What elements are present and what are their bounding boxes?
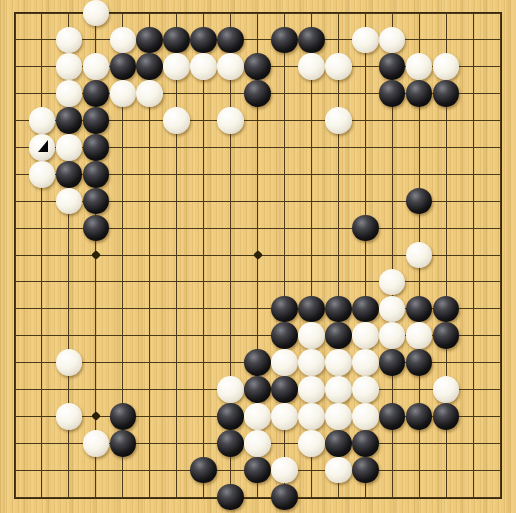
triangle-marker-icon bbox=[38, 140, 48, 152]
black-stone bbox=[190, 27, 217, 54]
board-intersection[interactable] bbox=[82, 0, 109, 26]
board-intersection[interactable] bbox=[55, 53, 82, 80]
white-stone bbox=[379, 269, 406, 296]
board-intersection[interactable] bbox=[352, 295, 379, 322]
board-intersection[interactable] bbox=[352, 349, 379, 376]
black-stone bbox=[379, 403, 406, 430]
black-stone bbox=[406, 296, 433, 323]
board-intersection[interactable] bbox=[379, 80, 406, 107]
white-stone bbox=[56, 188, 83, 215]
board-intersection[interactable] bbox=[82, 80, 109, 107]
black-stone bbox=[217, 430, 244, 457]
board-intersection[interactable] bbox=[163, 26, 190, 53]
board-intersection[interactable] bbox=[82, 430, 109, 457]
white-stone bbox=[29, 107, 56, 134]
black-stone bbox=[83, 215, 110, 242]
board-intersection[interactable] bbox=[298, 430, 325, 457]
white-stone bbox=[298, 322, 325, 349]
board-intersection[interactable] bbox=[352, 215, 379, 242]
black-stone bbox=[136, 53, 163, 80]
board-intersection[interactable] bbox=[379, 403, 406, 430]
board-intersection[interactable] bbox=[271, 403, 298, 430]
board-intersection[interactable] bbox=[433, 322, 460, 349]
black-stone bbox=[244, 349, 271, 376]
black-stone bbox=[271, 27, 298, 54]
board-intersection[interactable] bbox=[352, 376, 379, 403]
black-stone bbox=[406, 349, 433, 376]
board-intersection[interactable] bbox=[190, 457, 217, 484]
board-intersection[interactable] bbox=[190, 53, 217, 80]
board-intersection[interactable] bbox=[298, 376, 325, 403]
black-stone bbox=[56, 161, 83, 188]
black-stone bbox=[110, 430, 137, 457]
white-stone bbox=[163, 107, 190, 134]
board-intersection[interactable] bbox=[325, 376, 352, 403]
board-intersection[interactable] bbox=[352, 457, 379, 484]
black-stone bbox=[325, 296, 352, 323]
stones-grid bbox=[2, 0, 514, 511]
black-stone bbox=[163, 27, 190, 54]
board-intersection[interactable] bbox=[406, 188, 433, 215]
white-stone bbox=[325, 403, 352, 430]
board-intersection[interactable] bbox=[298, 295, 325, 322]
white-stone bbox=[271, 349, 298, 376]
board-intersection[interactable] bbox=[82, 215, 109, 242]
white-stone bbox=[298, 53, 325, 80]
white-stone bbox=[163, 53, 190, 80]
board-intersection[interactable] bbox=[379, 26, 406, 53]
board-intersection[interactable] bbox=[244, 376, 271, 403]
board-intersection[interactable] bbox=[433, 376, 460, 403]
board-intersection[interactable] bbox=[163, 53, 190, 80]
white-stone bbox=[352, 376, 379, 403]
board-intersection[interactable] bbox=[244, 53, 271, 80]
board-intersection[interactable] bbox=[55, 349, 82, 376]
board-intersection[interactable] bbox=[136, 26, 163, 53]
board-intersection[interactable] bbox=[244, 457, 271, 484]
white-stone bbox=[379, 27, 406, 54]
white-stone bbox=[217, 376, 244, 403]
black-stone bbox=[325, 430, 352, 457]
board-intersection[interactable] bbox=[271, 457, 298, 484]
black-stone bbox=[406, 403, 433, 430]
white-stone bbox=[325, 457, 352, 484]
white-stone bbox=[244, 430, 271, 457]
board-intersection[interactable] bbox=[28, 107, 55, 134]
board-intersection[interactable] bbox=[82, 134, 109, 161]
board-intersection[interactable] bbox=[325, 349, 352, 376]
board-intersection[interactable] bbox=[82, 161, 109, 188]
black-stone bbox=[83, 107, 110, 134]
board-intersection[interactable] bbox=[352, 322, 379, 349]
board-intersection[interactable] bbox=[325, 295, 352, 322]
black-stone bbox=[244, 80, 271, 107]
black-stone bbox=[271, 484, 298, 511]
board-intersection[interactable] bbox=[163, 107, 190, 134]
board-intersection[interactable] bbox=[298, 26, 325, 53]
white-stone bbox=[433, 376, 460, 403]
board-intersection[interactable] bbox=[379, 53, 406, 80]
board-intersection[interactable] bbox=[352, 403, 379, 430]
white-stone bbox=[352, 27, 379, 54]
white-stone bbox=[56, 27, 83, 54]
go-board[interactable] bbox=[0, 0, 516, 513]
board-intersection[interactable] bbox=[298, 403, 325, 430]
board-intersection[interactable] bbox=[217, 376, 244, 403]
board-intersection[interactable] bbox=[217, 484, 244, 511]
white-stone bbox=[110, 27, 137, 54]
black-stone bbox=[271, 296, 298, 323]
board-intersection[interactable] bbox=[55, 134, 82, 161]
board-intersection[interactable] bbox=[433, 295, 460, 322]
white-stone bbox=[298, 349, 325, 376]
black-stone bbox=[136, 27, 163, 54]
board-intersection[interactable] bbox=[136, 80, 163, 107]
board-intersection[interactable] bbox=[244, 430, 271, 457]
board-intersection[interactable] bbox=[217, 430, 244, 457]
board-intersection[interactable] bbox=[244, 349, 271, 376]
board-intersection[interactable] bbox=[406, 322, 433, 349]
board-intersection[interactable] bbox=[109, 53, 136, 80]
white-stone bbox=[325, 376, 352, 403]
white-stone bbox=[190, 53, 217, 80]
board-intersection[interactable] bbox=[325, 107, 352, 134]
board-intersection[interactable] bbox=[271, 322, 298, 349]
board-intersection[interactable] bbox=[433, 80, 460, 107]
white-stone bbox=[217, 53, 244, 80]
black-stone bbox=[56, 107, 83, 134]
white-stone bbox=[352, 403, 379, 430]
black-stone bbox=[352, 457, 379, 484]
board-intersection[interactable] bbox=[352, 26, 379, 53]
board-intersection[interactable] bbox=[325, 457, 352, 484]
board-intersection[interactable] bbox=[244, 403, 271, 430]
board-intersection[interactable] bbox=[271, 349, 298, 376]
board-intersection[interactable] bbox=[298, 53, 325, 80]
white-stone bbox=[56, 403, 83, 430]
white-stone bbox=[136, 80, 163, 107]
white-stone bbox=[217, 107, 244, 134]
board-intersection[interactable] bbox=[379, 295, 406, 322]
board-intersection[interactable] bbox=[271, 26, 298, 53]
black-stone bbox=[379, 349, 406, 376]
board-intersection[interactable] bbox=[82, 53, 109, 80]
black-stone bbox=[217, 403, 244, 430]
white-stone bbox=[83, 53, 110, 80]
board-intersection[interactable] bbox=[217, 403, 244, 430]
board-intersection[interactable] bbox=[244, 80, 271, 107]
black-stone bbox=[298, 27, 325, 54]
board-intersection[interactable] bbox=[190, 26, 217, 53]
board-intersection[interactable] bbox=[406, 80, 433, 107]
board-intersection[interactable] bbox=[82, 188, 109, 215]
board-intersection[interactable] bbox=[271, 484, 298, 511]
board-intersection[interactable] bbox=[325, 430, 352, 457]
board-intersection[interactable] bbox=[406, 242, 433, 269]
board-intersection[interactable] bbox=[55, 80, 82, 107]
white-stone bbox=[56, 134, 83, 161]
white-stone bbox=[271, 403, 298, 430]
black-stone bbox=[244, 53, 271, 80]
board-intersection[interactable] bbox=[28, 161, 55, 188]
black-stone bbox=[110, 53, 137, 80]
board-intersection[interactable] bbox=[109, 430, 136, 457]
black-stone bbox=[190, 457, 217, 484]
board-intersection[interactable] bbox=[325, 322, 352, 349]
white-stone bbox=[271, 457, 298, 484]
black-stone bbox=[433, 403, 460, 430]
black-stone bbox=[83, 80, 110, 107]
white-stone bbox=[298, 376, 325, 403]
board-intersection[interactable] bbox=[55, 26, 82, 53]
black-stone bbox=[271, 376, 298, 403]
board-intersection[interactable] bbox=[271, 376, 298, 403]
white-stone bbox=[298, 403, 325, 430]
black-stone bbox=[406, 188, 433, 215]
board-intersection[interactable] bbox=[325, 403, 352, 430]
black-stone bbox=[83, 161, 110, 188]
black-stone bbox=[244, 376, 271, 403]
black-stone bbox=[352, 430, 379, 457]
board-intersection[interactable] bbox=[217, 53, 244, 80]
board-intersection[interactable] bbox=[379, 268, 406, 295]
white-stone bbox=[433, 53, 460, 80]
white-stone bbox=[29, 161, 56, 188]
white-stone bbox=[110, 80, 137, 107]
board-intersection[interactable] bbox=[109, 403, 136, 430]
black-stone bbox=[271, 322, 298, 349]
black-stone bbox=[298, 296, 325, 323]
board-intersection[interactable] bbox=[55, 161, 82, 188]
board-intersection[interactable] bbox=[136, 53, 163, 80]
board-intersection[interactable] bbox=[406, 349, 433, 376]
board-intersection[interactable] bbox=[109, 80, 136, 107]
board-intersection[interactable] bbox=[298, 349, 325, 376]
white-stone bbox=[325, 349, 352, 376]
black-stone bbox=[244, 457, 271, 484]
board-intersection[interactable] bbox=[55, 107, 82, 134]
white-stone bbox=[298, 430, 325, 457]
board-intersection[interactable] bbox=[28, 134, 55, 161]
board-intersection[interactable] bbox=[55, 403, 82, 430]
black-stone bbox=[379, 80, 406, 107]
board-intersection[interactable] bbox=[271, 295, 298, 322]
white-stone bbox=[352, 322, 379, 349]
black-stone bbox=[433, 80, 460, 107]
white-stone bbox=[83, 430, 110, 457]
board-intersection[interactable] bbox=[406, 53, 433, 80]
black-stone bbox=[433, 296, 460, 323]
black-stone bbox=[217, 27, 244, 54]
board-intersection[interactable] bbox=[109, 26, 136, 53]
board-intersection[interactable] bbox=[433, 403, 460, 430]
white-stone bbox=[56, 53, 83, 80]
white-stone bbox=[325, 107, 352, 134]
board-intersection[interactable] bbox=[55, 188, 82, 215]
board-intersection[interactable] bbox=[217, 107, 244, 134]
black-stone bbox=[352, 215, 379, 242]
white-stone bbox=[406, 53, 433, 80]
white-stone bbox=[56, 80, 83, 107]
black-stone bbox=[110, 403, 137, 430]
black-stone bbox=[217, 484, 244, 511]
board-intersection[interactable] bbox=[406, 403, 433, 430]
black-stone bbox=[83, 188, 110, 215]
black-stone bbox=[325, 322, 352, 349]
board-intersection[interactable] bbox=[325, 53, 352, 80]
black-stone bbox=[379, 53, 406, 80]
board-intersection[interactable] bbox=[217, 26, 244, 53]
board-intersection[interactable] bbox=[82, 107, 109, 134]
board-intersection[interactable] bbox=[298, 322, 325, 349]
board-intersection[interactable] bbox=[379, 322, 406, 349]
white-stone bbox=[325, 53, 352, 80]
board-intersection[interactable] bbox=[406, 295, 433, 322]
white-stone bbox=[29, 134, 56, 161]
white-stone bbox=[379, 296, 406, 323]
black-stone bbox=[83, 134, 110, 161]
board-intersection[interactable] bbox=[352, 430, 379, 457]
white-stone bbox=[406, 322, 433, 349]
black-stone bbox=[433, 322, 460, 349]
black-stone bbox=[406, 80, 433, 107]
board-intersection[interactable] bbox=[379, 349, 406, 376]
white-stone bbox=[379, 322, 406, 349]
white-stone bbox=[406, 242, 433, 269]
white-stone bbox=[352, 349, 379, 376]
board-intersection[interactable] bbox=[433, 53, 460, 80]
white-stone bbox=[56, 349, 83, 376]
black-stone bbox=[352, 296, 379, 323]
white-stone bbox=[83, 0, 110, 26]
white-stone bbox=[244, 403, 271, 430]
